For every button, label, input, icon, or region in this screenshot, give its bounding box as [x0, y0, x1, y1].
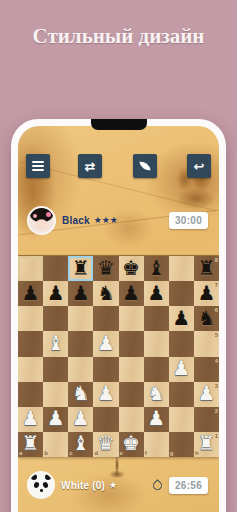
black-player-stars: ★★★ [94, 215, 118, 225]
white-knight: ♞ [72, 383, 90, 403]
square-e4[interactable] [119, 357, 144, 382]
back-button[interactable]: ↩ [187, 154, 211, 178]
square-h5[interactable]: 5 [194, 331, 219, 356]
square-e2[interactable] [119, 407, 144, 432]
phone-notch [91, 119, 147, 130]
black-pawn: ♟ [72, 283, 90, 303]
black-pawn: ♟ [122, 283, 140, 303]
white-pawn: ♟ [97, 383, 115, 403]
white-pawn: ♟ [47, 408, 65, 428]
square-d3[interactable]: ♟ [93, 382, 118, 407]
square-e5[interactable] [119, 331, 144, 356]
square-h2[interactable]: 2 [194, 407, 219, 432]
panda-eye-icon [42, 481, 49, 488]
rank-label: 2 [215, 408, 218, 414]
white-player-stars: ★ [109, 480, 117, 490]
square-d6[interactable] [93, 306, 118, 331]
square-g5[interactable] [169, 331, 194, 356]
square-b7[interactable]: ♟ [43, 281, 68, 306]
file-label: d [94, 450, 98, 456]
black-pawn: ♟ [47, 283, 65, 303]
square-g1[interactable]: g [169, 432, 194, 457]
toolbar: ⇄ ↩ [18, 154, 219, 178]
black-pawn: ♟ [22, 283, 40, 303]
square-e1[interactable]: ♚e [119, 432, 144, 457]
square-c1[interactable]: ♝c [68, 432, 93, 457]
flip-board-button[interactable]: ⇄ [78, 154, 102, 178]
square-b4[interactable] [43, 357, 68, 382]
black-knight: ♞ [97, 283, 115, 303]
square-c2[interactable]: ♟ [68, 407, 93, 432]
feather-icon [139, 160, 150, 171]
file-label: c [69, 450, 72, 456]
square-a6[interactable] [18, 306, 43, 331]
square-b2[interactable]: ♟ [43, 407, 68, 432]
back-arrow-icon: ↩ [194, 160, 205, 173]
white-bishop: ♝ [47, 333, 65, 353]
square-d4[interactable] [93, 357, 118, 382]
white-pawn: ♟ [172, 358, 190, 378]
square-c5[interactable] [68, 331, 93, 356]
square-f2[interactable]: ♟ [144, 407, 169, 432]
square-c4[interactable] [68, 357, 93, 382]
square-g3[interactable] [169, 382, 194, 407]
square-f4[interactable] [144, 357, 169, 382]
white-king: ♚ [122, 433, 140, 453]
black-pawn: ♟ [147, 283, 165, 303]
black-player-name: Black [62, 215, 90, 226]
rank-label: 6 [215, 307, 218, 313]
file-label: f [145, 450, 147, 456]
hamburger-icon [32, 161, 44, 171]
square-a7[interactable]: ♟ [18, 281, 43, 306]
white-pawn: ♟ [147, 408, 165, 428]
file-label: e [120, 450, 123, 456]
file-label: g [170, 450, 174, 456]
phone-mockup: ⇄ ↩ Black ★★★ 30:00 ♜♛♚♝♜8♟♟♟♞♟♟♟7♟♞6♝♟5… [11, 119, 226, 512]
square-e8[interactable]: ♚ [119, 256, 144, 281]
square-d8[interactable]: ♛ [93, 256, 118, 281]
square-a2[interactable]: ♟ [18, 407, 43, 432]
chess-board: ♜♛♚♝♜8♟♟♟♞♟♟♟7♟♞6♝♟5♟4♞♟♞♟3♟♟♟♟2♜ab♝c♛d♚… [18, 256, 219, 457]
white-bishop: ♝ [72, 433, 90, 453]
flower-icon [46, 212, 51, 217]
square-b3[interactable] [43, 382, 68, 407]
square-h6[interactable]: ♞6 [194, 306, 219, 331]
white-clock: 26:56 [169, 477, 208, 494]
rank-label: 4 [215, 358, 218, 364]
square-d2[interactable] [93, 407, 118, 432]
rank-label: 5 [215, 332, 218, 338]
square-g6[interactable]: ♟ [169, 306, 194, 331]
square-f8[interactable]: ♝ [144, 256, 169, 281]
square-c6[interactable] [68, 306, 93, 331]
square-h8[interactable]: ♜8 [194, 256, 219, 281]
droplet-icon[interactable] [151, 479, 164, 492]
square-h4[interactable]: 4 [194, 357, 219, 382]
white-pawn: ♟ [22, 408, 40, 428]
square-g8[interactable] [169, 256, 194, 281]
square-e6[interactable] [119, 306, 144, 331]
square-d1[interactable]: ♛d [93, 432, 118, 457]
white-player-name: White (0) [61, 480, 105, 491]
file-label: h [195, 450, 199, 456]
square-h7[interactable]: ♟7 [194, 281, 219, 306]
square-a1[interactable]: ♜a [18, 432, 43, 457]
square-a3[interactable] [18, 382, 43, 407]
app-screen: ⇄ ↩ Black ★★★ 30:00 ♜♛♚♝♜8♟♟♟♞♟♟♟7♟♞6♝♟5… [18, 126, 219, 512]
feather-button[interactable] [133, 154, 157, 178]
square-g2[interactable] [169, 407, 194, 432]
panda-eye-icon [33, 481, 40, 488]
white-avatar-panda[interactable] [29, 473, 53, 497]
square-e7[interactable]: ♟ [119, 281, 144, 306]
square-b8[interactable] [43, 256, 68, 281]
square-h3[interactable]: ♟3 [194, 382, 219, 407]
square-c8[interactable]: ♜ [68, 256, 93, 281]
square-c7[interactable]: ♟ [68, 281, 93, 306]
flower-icon [33, 214, 37, 218]
rank-label: 1 [215, 433, 218, 439]
square-a4[interactable] [18, 357, 43, 382]
white-pawn: ♟ [97, 333, 115, 353]
page-title: Стильный дизайн [0, 24, 237, 49]
square-b6[interactable] [43, 306, 68, 331]
flip-icon: ⇄ [85, 160, 96, 173]
panda-nose-icon [40, 489, 43, 492]
square-f1[interactable]: f [144, 432, 169, 457]
panda-ear-icon [45, 474, 51, 480]
white-queen: ♛ [97, 433, 115, 453]
square-g7[interactable] [169, 281, 194, 306]
white-rook: ♜ [197, 433, 215, 453]
rank-label: 7 [215, 282, 218, 288]
rank-label: 3 [215, 383, 218, 389]
black-king: ♚ [122, 258, 140, 278]
file-label: b [44, 450, 48, 456]
square-f3[interactable]: ♞ [144, 382, 169, 407]
white-rook: ♜ [22, 433, 40, 453]
black-rook: ♜ [197, 258, 215, 278]
square-f6[interactable] [144, 306, 169, 331]
square-b5[interactable]: ♝ [43, 331, 68, 356]
black-clock: 30:00 [169, 212, 208, 229]
white-knight: ♞ [147, 383, 165, 403]
square-a5[interactable] [18, 331, 43, 356]
square-g4[interactable]: ♟ [169, 357, 194, 382]
white-pawn: ♟ [72, 408, 90, 428]
square-b1[interactable]: b [43, 432, 68, 457]
panda-ear-icon [31, 474, 37, 480]
black-knight: ♞ [197, 308, 215, 328]
square-f5[interactable] [144, 331, 169, 356]
square-a8[interactable] [18, 256, 43, 281]
black-rook: ♜ [72, 258, 90, 278]
black-player-row: Black ★★★ 30:00 [18, 206, 219, 234]
white-player-row: White (0) ★ 26:56 [18, 471, 219, 499]
black-queen: ♛ [97, 258, 115, 278]
square-f7[interactable]: ♟ [144, 281, 169, 306]
square-d7[interactable]: ♞ [93, 281, 118, 306]
square-c3[interactable]: ♞ [68, 382, 93, 407]
black-pawn: ♟ [197, 283, 215, 303]
square-d5[interactable]: ♟ [93, 331, 118, 356]
white-pawn: ♟ [197, 383, 215, 403]
black-bishop: ♝ [147, 258, 165, 278]
menu-button[interactable] [26, 154, 50, 178]
rank-label: 8 [215, 257, 218, 263]
black-pawn: ♟ [172, 308, 190, 328]
square-e3[interactable] [119, 382, 144, 407]
square-h1[interactable]: ♜1h [194, 432, 219, 457]
file-label: a [19, 450, 22, 456]
black-avatar[interactable] [29, 208, 54, 233]
